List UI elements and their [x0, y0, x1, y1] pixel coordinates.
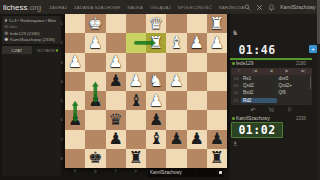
square-a2[interactable]: ♟ [207, 33, 227, 52]
square-b2[interactable]: ♟ [187, 33, 207, 52]
move-number: 20 [231, 90, 241, 95]
time-control-line: 5+3 • Rankingowa • Blitz [4, 18, 59, 23]
square-g5[interactable]: ♟ [85, 91, 105, 110]
search-icon[interactable] [244, 4, 251, 11]
square-d7[interactable]: ♝ [146, 130, 166, 149]
white-pawn-f3: ♟ [108, 54, 122, 70]
challenges-icon[interactable] [256, 4, 263, 11]
black-rook-a8: ♜ [210, 150, 224, 166]
square-h4[interactable] [65, 72, 85, 91]
square-a7[interactable]: ♟ [207, 130, 227, 149]
last-move-icon[interactable]: ▶| [301, 69, 305, 73]
draw-offer-button[interactable]: ½ [268, 107, 274, 113]
move-list: ≡|◀◀▶▶| 18Re1dxe519Qxd2Qxd2+20Bxd2Qf621R… [231, 68, 312, 105]
white-king-g1: ♚ [88, 16, 102, 32]
chat-messages-area[interactable] [2, 54, 61, 176]
square-g8[interactable]: ♚ [85, 149, 105, 168]
white-rook-a1: ♜ [210, 16, 224, 32]
square-d4[interactable]: ♞ [146, 72, 166, 91]
takeback-button[interactable]: ↶ [250, 107, 255, 113]
square-h8[interactable] [65, 149, 85, 168]
lichess-logo[interactable]: lichess.org [3, 3, 41, 12]
move-row: 21Rd2 [231, 96, 312, 103]
move-row: 19Qxd2Qxd2+ [231, 82, 312, 89]
square-c8[interactable] [166, 149, 186, 168]
game-status: W toku [4, 24, 59, 29]
square-d6[interactable]: ♟ [146, 110, 166, 129]
square-f2[interactable] [106, 33, 126, 52]
white-move[interactable]: Qxd2 [241, 83, 277, 88]
menu-item-zagraj[interactable]: ZAGRAJ [49, 5, 67, 10]
white-rook-d2: ♜ [149, 35, 163, 51]
square-a5[interactable] [207, 91, 227, 110]
resign-button[interactable]: ⚐ [287, 107, 292, 113]
menu-icon[interactable]: ≡ [237, 69, 239, 73]
captured-pieces-top: ♞ [232, 30, 238, 37]
white-pawn-a2: ♟ [210, 35, 224, 51]
square-a6[interactable] [207, 110, 227, 129]
square-b6[interactable] [187, 110, 207, 129]
square-b7[interactable]: ♟ [187, 130, 207, 149]
next-move-icon[interactable]: ▶ [286, 69, 289, 73]
black-king-icon: ♚ [4, 37, 8, 42]
black-bishop-d7: ♝ [149, 131, 163, 147]
chat-toggle-dot[interactable] [56, 49, 59, 52]
square-f8[interactable] [106, 149, 126, 168]
black-pawn-d6: ♟ [149, 112, 163, 128]
game-info-box: 5+3 • Rankingowa • Blitz W toku ♔fede129… [2, 16, 61, 44]
chat-tabs: CZAT NOTATKI [2, 46, 61, 54]
white-pawn-g2: ♟ [88, 35, 102, 51]
square-e6[interactable] [126, 110, 146, 129]
menu-item-społeczność[interactable]: SPOŁECZNOŚĆ [178, 5, 212, 10]
menu-item-oglądaj[interactable]: OGLĄDAJ [150, 5, 171, 10]
square-e2[interactable] [126, 33, 146, 52]
first-move-icon[interactable]: |◀ [253, 69, 257, 73]
opponent-name[interactable]: fede129 [236, 61, 253, 66]
white-move[interactable]: Rd2 [241, 98, 277, 103]
white-queen-d1: ♛ [149, 16, 163, 32]
rank-coordinates: 12345678 [59, 14, 64, 168]
square-g3[interactable] [85, 53, 105, 72]
black-move[interactable]: Qf6 [277, 90, 313, 95]
opponent-clock: 01:46 [231, 42, 283, 58]
black-pawn-a7: ♟ [210, 131, 224, 147]
square-b8[interactable] [187, 149, 207, 168]
square-d1[interactable]: ♛ [146, 14, 166, 33]
player-clock: 01:02 [231, 122, 283, 138]
username-overlay-label: KamilSzachowy [148, 168, 224, 177]
black-rook-e8: ♜ [129, 150, 143, 166]
online-status-dot [232, 62, 235, 65]
square-c6[interactable] [166, 110, 186, 129]
white-move[interactable]: Bxd2 [241, 90, 277, 95]
black-pawn-b7: ♟ [189, 131, 203, 147]
square-h1[interactable] [65, 14, 85, 33]
square-e1[interactable] [126, 14, 146, 33]
white-player-line[interactable]: ♔fede129 (2180) [4, 31, 59, 36]
square-a3[interactable] [207, 53, 227, 72]
main-menu: ZAGRAJZADANIA SZACHOWENAUKAOGLĄDAJSPOŁEC… [49, 5, 244, 10]
move-row: 20Bxd2Qf6 [231, 89, 312, 96]
lichess-game-page: lichess.org ZAGRAJZADANIA SZACHOWENAUKAO… [0, 0, 320, 180]
black-king-g8: ♚ [88, 150, 102, 166]
chess-board: ♚♛♜♟♜♝♟♟♟♟♟♟♞♟♟♝♟♟♛♟♟♝♟♟♟♚♜♜ [65, 14, 227, 168]
white-bishop-c2: ♝ [169, 35, 183, 51]
square-d2[interactable]: ♜ [146, 33, 166, 52]
square-h7[interactable] [65, 130, 85, 149]
notifications-bell-icon[interactable] [268, 4, 275, 11]
square-f4[interactable]: ♟ [106, 72, 126, 91]
black-bishop-e5: ♝ [129, 93, 143, 109]
white-pawn-c4: ♟ [169, 73, 183, 89]
white-move[interactable]: Re1 [241, 76, 277, 81]
square-e5[interactable]: ♝ [126, 91, 146, 110]
square-f7[interactable]: ♟ [106, 130, 126, 149]
menu-item-narzędzia[interactable]: NARZĘDZIA [219, 5, 245, 10]
overlay-username-text: KamilSzachowy [150, 170, 182, 175]
square-d3[interactable] [146, 53, 166, 72]
player-online-dot [232, 117, 235, 120]
square-a1[interactable]: ♜ [207, 14, 227, 33]
square-h2[interactable] [65, 33, 85, 52]
white-pawn-e4: ♟ [129, 73, 143, 89]
white-king-icon: ♔ [4, 31, 8, 36]
square-b5[interactable] [187, 91, 207, 110]
prev-move-icon[interactable]: ◀ [270, 69, 273, 73]
square-e8[interactable]: ♜ [126, 149, 146, 168]
square-e7[interactable] [126, 130, 146, 149]
square-f1[interactable] [106, 14, 126, 33]
square-h6[interactable]: ♟ [65, 110, 85, 129]
square-c4[interactable]: ♟ [166, 72, 186, 91]
move-number: 18 [231, 76, 241, 81]
square-d5[interactable]: ♟ [146, 91, 166, 110]
square-c5[interactable] [166, 91, 186, 110]
move-number: 19 [231, 83, 241, 88]
square-f3[interactable]: ♟ [106, 53, 126, 72]
square-h5[interactable] [65, 91, 85, 110]
square-a8[interactable]: ♜ [207, 149, 227, 168]
black-pawn-c7: ♟ [169, 131, 183, 147]
blitz-bolt-icon [4, 18, 8, 23]
square-d8[interactable] [146, 149, 166, 168]
square-f5[interactable] [106, 91, 126, 110]
black-pawn-f4: ♟ [108, 73, 122, 89]
square-f6[interactable]: ♛ [106, 110, 126, 129]
captured-pieces-bottom: ♗ [232, 141, 238, 148]
square-e4[interactable]: ♟ [126, 72, 146, 91]
opponent-player-row[interactable]: fede129 2180 [232, 60, 314, 67]
last-move-highlight [126, 33, 146, 52]
square-c3[interactable] [166, 53, 186, 72]
square-g6[interactable] [85, 110, 105, 129]
move-list-scrollbar[interactable] [310, 76, 312, 89]
black-pawn-h6: ♟ [68, 112, 82, 128]
square-g7[interactable] [85, 130, 105, 149]
opponent-rating: 2180 [296, 61, 306, 66]
black-move[interactable]: dxe5 [277, 76, 313, 81]
square-g1[interactable]: ♚ [85, 14, 105, 33]
black-pawn-f7: ♟ [108, 131, 122, 147]
white-pawn-h3: ♟ [68, 54, 82, 70]
player-row[interactable]: KamilSzachowy 2336 [232, 115, 314, 122]
square-g4[interactable] [85, 72, 105, 91]
square-c1[interactable] [166, 14, 186, 33]
black-move[interactable]: Qxd2+ [277, 83, 313, 88]
player-name[interactable]: KamilSzachowy [236, 116, 270, 121]
black-pawn-g5: ♟ [88, 93, 102, 109]
game-action-buttons: ↶½⚐ [231, 106, 312, 114]
square-b3[interactable] [187, 53, 207, 72]
square-c7[interactable]: ♟ [166, 130, 186, 149]
overlay-badge-icon [219, 171, 222, 174]
move-number: 21 [231, 98, 241, 103]
player-rating: 2336 [296, 116, 306, 121]
square-b1[interactable] [187, 14, 207, 33]
game-side-panel: ♞ 01:46 + fede129 2180 ≡|◀◀▶▶| 18Re1dxe5… [230, 14, 317, 180]
white-pawn-d5: ♟ [149, 93, 163, 109]
square-h3[interactable]: ♟ [65, 53, 85, 72]
menu-item-zadania-szachowe[interactable]: ZADANIA SZACHOWE [74, 5, 120, 10]
white-knight-d4: ♞ [149, 73, 163, 89]
square-b4[interactable] [187, 72, 207, 91]
menu-item-nauka[interactable]: NAUKA [127, 5, 142, 10]
square-e3[interactable] [126, 53, 146, 72]
give-more-time-button[interactable]: + [309, 45, 317, 53]
top-nav-bar: lichess.org ZAGRAJZADANIA SZACHOWENAUKAO… [0, 0, 320, 14]
square-c2[interactable]: ♝ [166, 33, 186, 52]
square-a4[interactable] [207, 72, 227, 91]
black-queen-f6: ♛ [108, 112, 122, 128]
logged-in-username[interactable]: KamilSzachowy [280, 4, 315, 10]
white-pawn-b2: ♟ [189, 35, 203, 51]
square-g2[interactable]: ♟ [85, 33, 105, 52]
black-player-line[interactable]: ♚KamilSzachowy (2336) [4, 37, 59, 42]
move-row: 18Re1dxe5 [231, 75, 312, 82]
tab-chat[interactable]: CZAT [2, 46, 32, 54]
